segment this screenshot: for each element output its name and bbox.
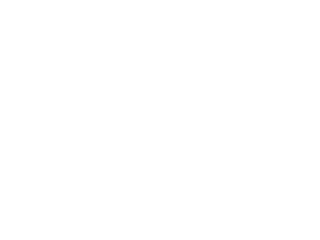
pieces-layer — [0, 0, 320, 240]
chess-3d-render — [0, 0, 320, 240]
